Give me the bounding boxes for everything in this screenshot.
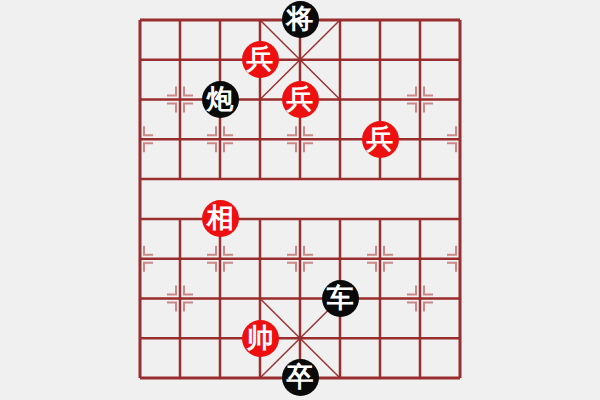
piece-red-soldier-3[interactable]: 兵 [362,121,399,158]
piece-red-soldier-2[interactable]: 兵 [282,81,319,118]
piece-black-general[interactable]: 将 [282,1,319,38]
piece-black-chariot[interactable]: 车 [322,280,359,317]
piece-black-cannon[interactable]: 炮 [202,81,239,118]
xiangqi-board: 将兵炮兵兵相车帅卒 [0,0,600,400]
piece-black-soldier[interactable]: 卒 [282,359,319,396]
piece-red-general[interactable]: 帅 [242,320,279,357]
piece-red-soldier-1[interactable]: 兵 [242,41,279,78]
pieces-grid: 将兵炮兵兵相车帅卒 [120,0,480,398]
piece-red-elephant[interactable]: 相 [202,200,239,237]
